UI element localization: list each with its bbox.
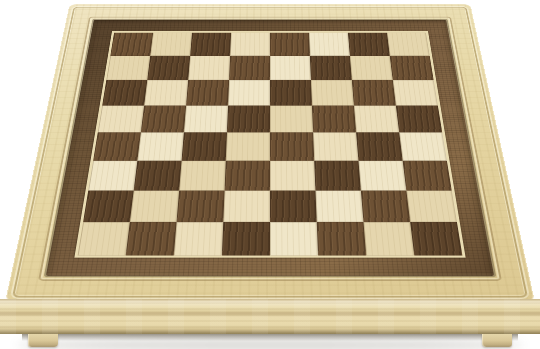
square-r6c7[interactable] xyxy=(358,161,406,191)
chess-board-3d xyxy=(5,4,535,302)
square-r1c6[interactable] xyxy=(309,33,350,56)
square-r4c1[interactable] xyxy=(98,106,144,133)
chess-board xyxy=(78,33,463,256)
square-r7c6[interactable] xyxy=(315,191,363,223)
square-r1c2[interactable] xyxy=(150,33,192,56)
square-r8c4[interactable] xyxy=(222,222,270,255)
square-r8c3[interactable] xyxy=(174,222,223,255)
square-r5c1[interactable] xyxy=(93,132,141,160)
board-foot-left xyxy=(28,333,58,347)
square-r5c4[interactable] xyxy=(226,132,270,160)
square-r2c4[interactable] xyxy=(229,56,270,80)
square-r7c2[interactable] xyxy=(130,191,179,223)
square-r3c2[interactable] xyxy=(144,80,188,106)
square-r3c7[interactable] xyxy=(352,80,396,106)
square-r4c6[interactable] xyxy=(312,106,356,133)
square-r4c8[interactable] xyxy=(396,106,442,133)
square-r2c3[interactable] xyxy=(188,56,230,80)
square-r6c3[interactable] xyxy=(179,161,226,191)
square-r2c8[interactable] xyxy=(390,56,434,80)
walnut-border xyxy=(46,20,494,276)
square-r8c7[interactable] xyxy=(363,222,414,255)
square-r5c3[interactable] xyxy=(182,132,227,160)
square-r6c6[interactable] xyxy=(314,161,361,191)
board-foot-right xyxy=(482,333,512,347)
square-r5c5[interactable] xyxy=(270,132,314,160)
square-r1c8[interactable] xyxy=(387,33,430,56)
square-r6c5[interactable] xyxy=(270,161,315,191)
square-r7c5[interactable] xyxy=(270,191,317,223)
square-r6c4[interactable] xyxy=(225,161,270,191)
square-r1c7[interactable] xyxy=(348,33,390,56)
square-r4c2[interactable] xyxy=(141,106,186,133)
square-r3c8[interactable] xyxy=(393,80,438,106)
square-r2c6[interactable] xyxy=(310,56,352,80)
square-r2c1[interactable] xyxy=(106,56,150,80)
square-r1c3[interactable] xyxy=(190,33,231,56)
square-r3c4[interactable] xyxy=(228,80,270,106)
square-r4c5[interactable] xyxy=(270,106,313,133)
square-r8c2[interactable] xyxy=(126,222,177,255)
square-r8c1[interactable] xyxy=(78,222,130,255)
square-r1c4[interactable] xyxy=(230,33,270,56)
square-r7c3[interactable] xyxy=(177,191,225,223)
frame-front-face xyxy=(0,299,540,334)
square-r3c5[interactable] xyxy=(270,80,312,106)
square-r8c8[interactable] xyxy=(410,222,462,255)
square-r5c7[interactable] xyxy=(356,132,403,160)
square-r5c6[interactable] xyxy=(313,132,358,160)
maple-pinstripe xyxy=(74,31,465,257)
square-r8c6[interactable] xyxy=(317,222,366,255)
square-r1c1[interactable] xyxy=(110,33,153,56)
square-r1c5[interactable] xyxy=(270,33,310,56)
square-r7c7[interactable] xyxy=(361,191,410,223)
square-r6c1[interactable] xyxy=(88,161,137,191)
square-r2c5[interactable] xyxy=(270,56,311,80)
square-r8c5[interactable] xyxy=(270,222,318,255)
square-r3c1[interactable] xyxy=(102,80,147,106)
board-photo xyxy=(0,0,540,349)
square-r7c1[interactable] xyxy=(83,191,134,223)
square-r5c2[interactable] xyxy=(137,132,184,160)
square-r6c2[interactable] xyxy=(134,161,182,191)
square-r4c7[interactable] xyxy=(354,106,399,133)
square-r2c2[interactable] xyxy=(147,56,190,80)
under-rail-recess xyxy=(22,333,518,341)
square-r3c6[interactable] xyxy=(311,80,354,106)
square-r3c3[interactable] xyxy=(186,80,229,106)
square-r5c8[interactable] xyxy=(399,132,447,160)
square-r4c4[interactable] xyxy=(227,106,270,133)
square-r4c3[interactable] xyxy=(184,106,228,133)
square-r7c8[interactable] xyxy=(406,191,457,223)
square-r6c8[interactable] xyxy=(403,161,452,191)
square-r2c7[interactable] xyxy=(350,56,393,80)
square-r7c4[interactable] xyxy=(223,191,270,223)
